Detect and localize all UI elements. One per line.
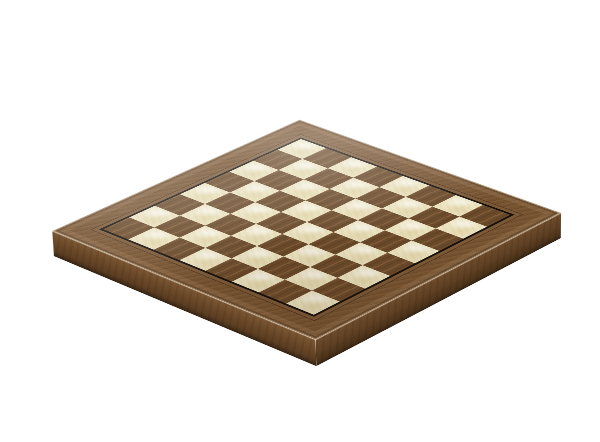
square-h7[interactable] xyxy=(436,217,487,239)
square-f2[interactable] xyxy=(258,256,310,279)
square-c1[interactable] xyxy=(154,238,206,261)
board-top-surface xyxy=(52,120,561,340)
square-h5[interactable] xyxy=(387,241,439,264)
square-c2[interactable] xyxy=(180,226,231,248)
square-e3[interactable] xyxy=(257,234,309,257)
square-g5[interactable] xyxy=(360,230,412,252)
photo-background xyxy=(0,0,600,442)
square-d2[interactable] xyxy=(205,236,257,259)
square-f5[interactable] xyxy=(333,220,384,242)
square-h6[interactable] xyxy=(412,228,464,250)
square-g2[interactable] xyxy=(285,267,338,291)
chess-board xyxy=(52,120,561,340)
square-f4[interactable] xyxy=(309,232,361,255)
square-f1[interactable] xyxy=(232,269,285,293)
square-e1[interactable] xyxy=(206,258,258,281)
square-d1[interactable] xyxy=(179,248,231,271)
square-h4[interactable] xyxy=(363,253,415,276)
square-g1[interactable] xyxy=(259,280,312,304)
square-e4[interactable] xyxy=(282,222,333,244)
square-d3[interactable] xyxy=(231,224,282,246)
square-h2[interactable] xyxy=(312,278,365,302)
square-g6[interactable] xyxy=(385,218,436,240)
square-b1[interactable] xyxy=(128,227,179,249)
square-h3[interactable] xyxy=(337,265,390,288)
square-g3[interactable] xyxy=(310,255,362,278)
square-f3[interactable] xyxy=(283,244,335,267)
square-e2[interactable] xyxy=(231,246,283,269)
square-h1[interactable] xyxy=(286,291,339,315)
square-g4[interactable] xyxy=(335,242,387,265)
